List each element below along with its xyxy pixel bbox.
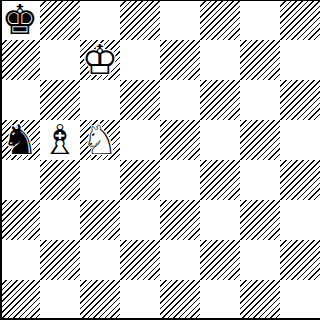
square-g3[interactable] [240, 200, 280, 240]
square-d4[interactable] [120, 160, 160, 200]
white-bishop[interactable]: ♝♗ [40, 120, 80, 160]
square-f5[interactable] [200, 120, 240, 160]
square-a2[interactable] [0, 240, 40, 280]
square-f3[interactable] [200, 200, 240, 240]
square-f2[interactable] [200, 240, 240, 280]
square-h2[interactable] [280, 240, 320, 280]
square-c2[interactable] [80, 240, 120, 280]
square-d7[interactable] [120, 40, 160, 80]
square-d8[interactable] [120, 0, 160, 40]
square-h4[interactable] [280, 160, 320, 200]
square-d6[interactable] [120, 80, 160, 120]
square-h6[interactable] [280, 80, 320, 120]
square-g5[interactable] [240, 120, 280, 160]
square-g2[interactable] [240, 240, 280, 280]
square-g7[interactable] [240, 40, 280, 80]
square-b7[interactable] [40, 40, 80, 80]
square-b5[interactable]: ♝♗ [40, 120, 80, 160]
square-h5[interactable] [280, 120, 320, 160]
square-g8[interactable] [240, 0, 280, 40]
square-a8[interactable]: ♚ [0, 0, 40, 40]
square-e1[interactable] [160, 280, 200, 320]
square-a4[interactable] [0, 160, 40, 200]
square-h7[interactable] [280, 40, 320, 80]
square-b6[interactable] [40, 80, 80, 120]
square-b8[interactable] [40, 0, 80, 40]
square-b2[interactable] [40, 240, 80, 280]
square-a6[interactable] [0, 80, 40, 120]
square-d5[interactable] [120, 120, 160, 160]
square-c1[interactable] [80, 280, 120, 320]
square-f7[interactable] [200, 40, 240, 80]
square-c5[interactable]: ♞♘ [80, 120, 120, 160]
square-c7[interactable]: ♚♔ [80, 40, 120, 80]
square-e4[interactable] [160, 160, 200, 200]
square-e2[interactable] [160, 240, 200, 280]
square-f1[interactable] [200, 280, 240, 320]
square-g6[interactable] [240, 80, 280, 120]
black-king-glyph: ♚ [0, 0, 40, 40]
square-f4[interactable] [200, 160, 240, 200]
square-b1[interactable] [40, 280, 80, 320]
square-g1[interactable] [240, 280, 280, 320]
square-d1[interactable] [120, 280, 160, 320]
square-g4[interactable] [240, 160, 280, 200]
square-f8[interactable] [200, 0, 240, 40]
square-c4[interactable] [80, 160, 120, 200]
square-e5[interactable] [160, 120, 200, 160]
square-e7[interactable] [160, 40, 200, 80]
chess-diagram: ♚♚♔♞♝♗♞♘ [0, 0, 320, 320]
white-king[interactable]: ♚♔ [80, 40, 120, 80]
white-king-glyph: ♔ [80, 40, 120, 80]
square-c8[interactable] [80, 0, 120, 40]
square-b3[interactable] [40, 200, 80, 240]
square-b4[interactable] [40, 160, 80, 200]
square-a5[interactable]: ♞ [0, 120, 40, 160]
square-a1[interactable] [0, 280, 40, 320]
square-a3[interactable] [0, 200, 40, 240]
square-e3[interactable] [160, 200, 200, 240]
white-knight[interactable]: ♞♘ [80, 120, 120, 160]
square-h8[interactable] [280, 0, 320, 40]
square-d3[interactable] [120, 200, 160, 240]
black-knight[interactable]: ♞ [0, 120, 40, 160]
white-bishop-glyph: ♗ [40, 120, 80, 160]
square-c3[interactable] [80, 200, 120, 240]
square-a7[interactable] [0, 40, 40, 80]
white-knight-glyph: ♘ [80, 120, 120, 160]
square-e8[interactable] [160, 0, 200, 40]
square-e6[interactable] [160, 80, 200, 120]
chess-board: ♚♚♔♞♝♗♞♘ [0, 0, 320, 320]
square-h3[interactable] [280, 200, 320, 240]
black-knight-glyph: ♞ [0, 120, 40, 160]
square-f6[interactable] [200, 80, 240, 120]
square-h1[interactable] [280, 280, 320, 320]
square-c6[interactable] [80, 80, 120, 120]
square-d2[interactable] [120, 240, 160, 280]
black-king[interactable]: ♚ [0, 0, 40, 40]
